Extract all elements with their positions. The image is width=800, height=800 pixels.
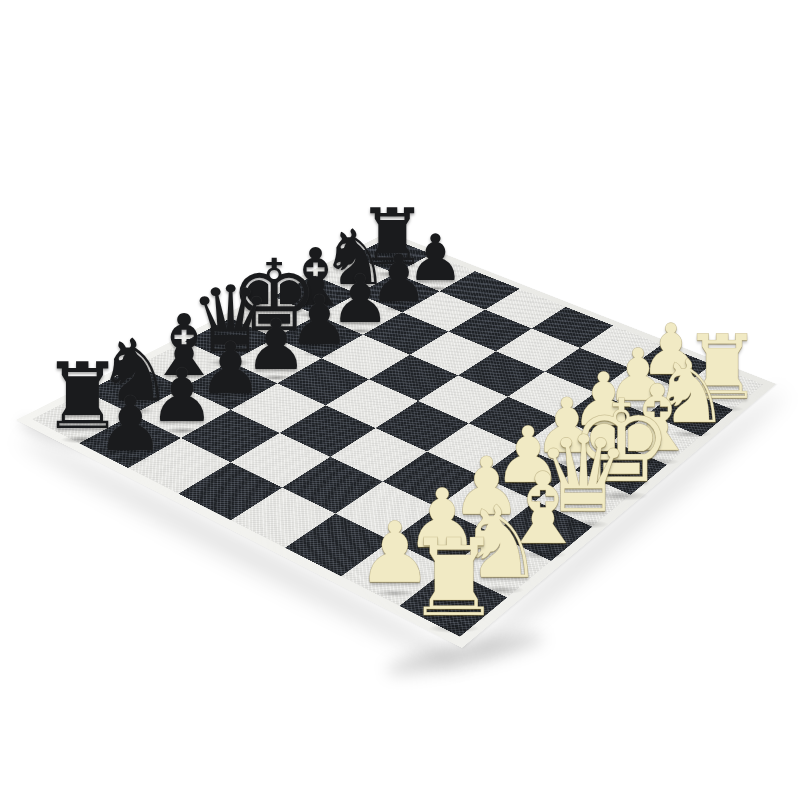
photo-stage: ♜♞♝♛♚♝♞♜♟♟♟♟♟♟♟♟♟♟♟♟♟♟♟♟♜♞♝♛♚♝♞♜ [0, 0, 800, 800]
piece-white-rook-a1[interactable]: ♜ [406, 525, 502, 632]
piece-black-pawn-a7[interactable]: ♟ [97, 386, 165, 462]
